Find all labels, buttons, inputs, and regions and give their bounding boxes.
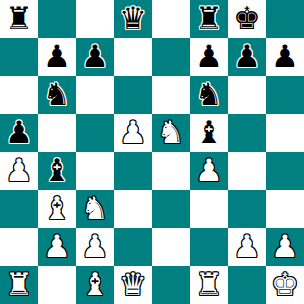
square-h1[interactable]: ♚ [266, 266, 304, 304]
square-c6[interactable] [76, 76, 114, 114]
square-b8[interactable] [38, 0, 76, 38]
square-g2[interactable]: ♟ [228, 228, 266, 266]
square-e5[interactable]: ♞ [152, 114, 190, 152]
square-a6[interactable] [0, 76, 38, 114]
black-king[interactable]: ♚ [233, 0, 261, 37]
square-h2[interactable]: ♟ [266, 228, 304, 266]
square-f5[interactable]: ♝ [190, 114, 228, 152]
square-b5[interactable] [38, 114, 76, 152]
square-b1[interactable] [38, 266, 76, 304]
square-d6[interactable] [114, 76, 152, 114]
square-b7[interactable]: ♟ [38, 38, 76, 76]
square-g8[interactable]: ♚ [228, 0, 266, 38]
square-a1[interactable]: ♜ [0, 266, 38, 304]
black-rook[interactable]: ♜ [5, 0, 33, 37]
white-knight[interactable]: ♞ [81, 189, 109, 227]
white-knight[interactable]: ♞ [157, 113, 185, 151]
square-e7[interactable] [152, 38, 190, 76]
white-king[interactable]: ♚ [271, 265, 299, 303]
square-e3[interactable] [152, 190, 190, 228]
black-pawn[interactable]: ♟ [233, 37, 261, 75]
square-a4[interactable]: ♟ [0, 152, 38, 190]
square-a2[interactable] [0, 228, 38, 266]
square-d2[interactable] [114, 228, 152, 266]
white-queen[interactable]: ♛ [119, 265, 147, 303]
square-g4[interactable] [228, 152, 266, 190]
square-c3[interactable]: ♞ [76, 190, 114, 228]
square-a8[interactable]: ♜ [0, 0, 38, 38]
square-f6[interactable]: ♞ [190, 76, 228, 114]
square-h8[interactable] [266, 0, 304, 38]
square-g5[interactable] [228, 114, 266, 152]
square-f7[interactable]: ♟ [190, 38, 228, 76]
black-rook[interactable]: ♜ [195, 0, 223, 37]
square-f4[interactable]: ♟ [190, 152, 228, 190]
white-pawn[interactable]: ♟ [81, 227, 109, 265]
white-rook[interactable]: ♜ [5, 265, 33, 303]
square-a3[interactable] [0, 190, 38, 228]
white-rook[interactable]: ♜ [195, 265, 223, 303]
square-d1[interactable]: ♛ [114, 266, 152, 304]
square-b6[interactable]: ♞ [38, 76, 76, 114]
black-pawn[interactable]: ♟ [195, 37, 223, 75]
black-pawn[interactable]: ♟ [81, 37, 109, 75]
black-bishop[interactable]: ♝ [43, 151, 71, 189]
square-e2[interactable] [152, 228, 190, 266]
square-h5[interactable] [266, 114, 304, 152]
square-b2[interactable]: ♟ [38, 228, 76, 266]
square-g3[interactable] [228, 190, 266, 228]
square-d8[interactable]: ♛ [114, 0, 152, 38]
square-c7[interactable]: ♟ [76, 38, 114, 76]
square-f2[interactable] [190, 228, 228, 266]
white-pawn[interactable]: ♟ [43, 227, 71, 265]
white-bishop[interactable]: ♝ [81, 265, 109, 303]
square-a5[interactable]: ♟ [0, 114, 38, 152]
white-pawn[interactable]: ♟ [119, 113, 147, 151]
square-f3[interactable] [190, 190, 228, 228]
square-d3[interactable] [114, 190, 152, 228]
square-h3[interactable] [266, 190, 304, 228]
white-pawn[interactable]: ♟ [195, 151, 223, 189]
black-pawn[interactable]: ♟ [271, 37, 299, 75]
black-knight[interactable]: ♞ [43, 75, 71, 113]
white-pawn[interactable]: ♟ [5, 151, 33, 189]
square-d7[interactable] [114, 38, 152, 76]
square-e8[interactable] [152, 0, 190, 38]
square-g7[interactable]: ♟ [228, 38, 266, 76]
square-g6[interactable] [228, 76, 266, 114]
black-pawn[interactable]: ♟ [5, 113, 33, 151]
square-h6[interactable] [266, 76, 304, 114]
square-d5[interactable]: ♟ [114, 114, 152, 152]
square-c8[interactable] [76, 0, 114, 38]
square-g1[interactable] [228, 266, 266, 304]
white-pawn[interactable]: ♟ [271, 227, 299, 265]
square-c5[interactable] [76, 114, 114, 152]
black-knight[interactable]: ♞ [195, 75, 223, 113]
square-e4[interactable] [152, 152, 190, 190]
square-f1[interactable]: ♜ [190, 266, 228, 304]
square-b3[interactable]: ♝ [38, 190, 76, 228]
square-c2[interactable]: ♟ [76, 228, 114, 266]
chess-board: ♜♛♜♚♟♟♟♟♟♞♞♟♟♞♝♟♝♟♝♞♟♟♟♟♜♝♛♜♚ [0, 0, 304, 304]
square-d4[interactable] [114, 152, 152, 190]
square-e6[interactable] [152, 76, 190, 114]
square-f8[interactable]: ♜ [190, 0, 228, 38]
square-h4[interactable] [266, 152, 304, 190]
square-c4[interactable] [76, 152, 114, 190]
square-e1[interactable] [152, 266, 190, 304]
white-pawn[interactable]: ♟ [233, 227, 261, 265]
square-b4[interactable]: ♝ [38, 152, 76, 190]
square-c1[interactable]: ♝ [76, 266, 114, 304]
square-h7[interactable]: ♟ [266, 38, 304, 76]
black-pawn[interactable]: ♟ [43, 37, 71, 75]
black-bishop[interactable]: ♝ [195, 113, 223, 151]
square-a7[interactable] [0, 38, 38, 76]
white-bishop[interactable]: ♝ [43, 189, 71, 227]
black-queen[interactable]: ♛ [119, 0, 147, 37]
